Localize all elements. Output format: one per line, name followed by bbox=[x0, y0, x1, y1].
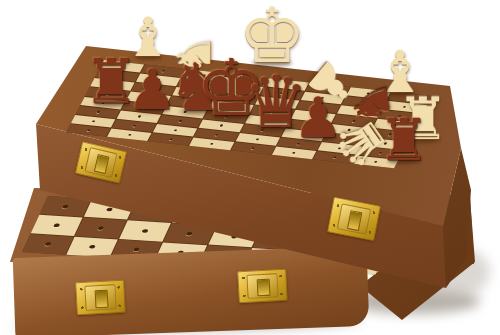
piece-dark-pawn[interactable]: ♟ bbox=[127, 62, 177, 118]
product-photo-scene: ♝♚♞♜♟♞♜♚♛♟♟♞♛♝♜♜ bbox=[0, 0, 500, 335]
pieces-layer: ♝♚♞♜♟♞♜♚♛♟♟♞♛♝♜♜ bbox=[0, 0, 500, 335]
